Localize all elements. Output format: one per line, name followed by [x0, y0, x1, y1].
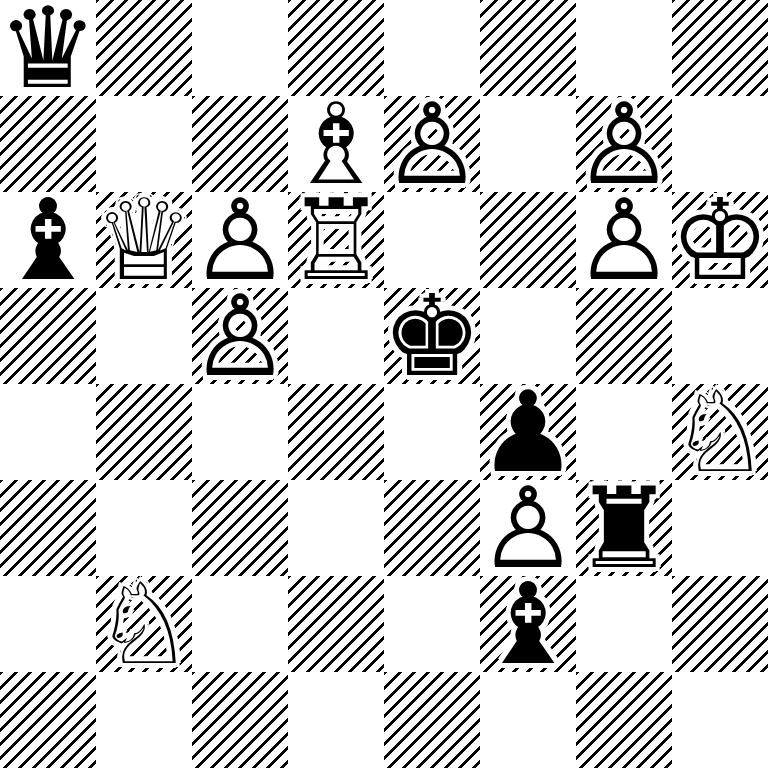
- square-a3[interactable]: [0, 480, 96, 576]
- square-a5[interactable]: [0, 288, 96, 384]
- white-king-piece[interactable]: ♔: [670, 192, 768, 288]
- square-c5[interactable]: ♙: [192, 288, 288, 384]
- square-e3[interactable]: [384, 480, 480, 576]
- square-b6[interactable]: ♕: [96, 192, 192, 288]
- white-knight-piece[interactable]: ♘: [670, 384, 768, 480]
- square-h2[interactable]: [672, 576, 768, 672]
- square-b5[interactable]: [96, 288, 192, 384]
- square-a2[interactable]: [0, 576, 96, 672]
- black-rook-piece[interactable]: ♜: [574, 480, 674, 576]
- square-c8[interactable]: [192, 0, 288, 96]
- square-h1[interactable]: [672, 672, 768, 768]
- white-rook-piece[interactable]: ♖: [286, 192, 386, 288]
- square-h3[interactable]: [672, 480, 768, 576]
- square-a6[interactable]: ♝: [0, 192, 96, 288]
- black-bishop-piece[interactable]: ♝: [478, 576, 578, 672]
- square-f8[interactable]: [480, 0, 576, 96]
- square-e4[interactable]: [384, 384, 480, 480]
- square-e1[interactable]: [384, 672, 480, 768]
- square-g1[interactable]: [576, 672, 672, 768]
- square-b2[interactable]: ♘: [96, 576, 192, 672]
- square-b4[interactable]: [96, 384, 192, 480]
- square-c4[interactable]: [192, 384, 288, 480]
- square-g6[interactable]: ♙: [576, 192, 672, 288]
- square-e5[interactable]: ♚: [384, 288, 480, 384]
- white-queen-piece[interactable]: ♕: [94, 192, 194, 288]
- square-f1[interactable]: [480, 672, 576, 768]
- square-c2[interactable]: [192, 576, 288, 672]
- white-pawn-piece[interactable]: ♙: [190, 288, 290, 384]
- square-d3[interactable]: [288, 480, 384, 576]
- square-e2[interactable]: [384, 576, 480, 672]
- square-b8[interactable]: [96, 0, 192, 96]
- square-f7[interactable]: [480, 96, 576, 192]
- black-king-piece[interactable]: ♚: [382, 288, 482, 384]
- white-knight-piece[interactable]: ♘: [94, 576, 194, 672]
- square-g3[interactable]: ♜: [576, 480, 672, 576]
- black-queen-piece[interactable]: ♛: [0, 0, 98, 96]
- square-d2[interactable]: [288, 576, 384, 672]
- white-pawn-piece[interactable]: ♙: [574, 192, 674, 288]
- square-g2[interactable]: [576, 576, 672, 672]
- square-d1[interactable]: [288, 672, 384, 768]
- square-c3[interactable]: [192, 480, 288, 576]
- square-d5[interactable]: [288, 288, 384, 384]
- square-h4[interactable]: ♘: [672, 384, 768, 480]
- square-b1[interactable]: [96, 672, 192, 768]
- square-g5[interactable]: [576, 288, 672, 384]
- chess-board-container: ♛♗♙♙♝♕♙♖♙♔♙♚♟♘♙♜♘♝: [0, 0, 768, 768]
- square-a1[interactable]: [0, 672, 96, 768]
- white-pawn-piece[interactable]: ♙: [382, 96, 482, 192]
- square-h6[interactable]: ♔: [672, 192, 768, 288]
- square-f6[interactable]: [480, 192, 576, 288]
- chess-board: ♛♗♙♙♝♕♙♖♙♔♙♚♟♘♙♜♘♝: [0, 0, 768, 768]
- square-f2[interactable]: ♝: [480, 576, 576, 672]
- square-e7[interactable]: ♙: [384, 96, 480, 192]
- square-h8[interactable]: [672, 0, 768, 96]
- square-c1[interactable]: [192, 672, 288, 768]
- square-d6[interactable]: ♖: [288, 192, 384, 288]
- black-bishop-piece[interactable]: ♝: [0, 192, 98, 288]
- square-a4[interactable]: [0, 384, 96, 480]
- square-d4[interactable]: [288, 384, 384, 480]
- square-a8[interactable]: ♛: [0, 0, 96, 96]
